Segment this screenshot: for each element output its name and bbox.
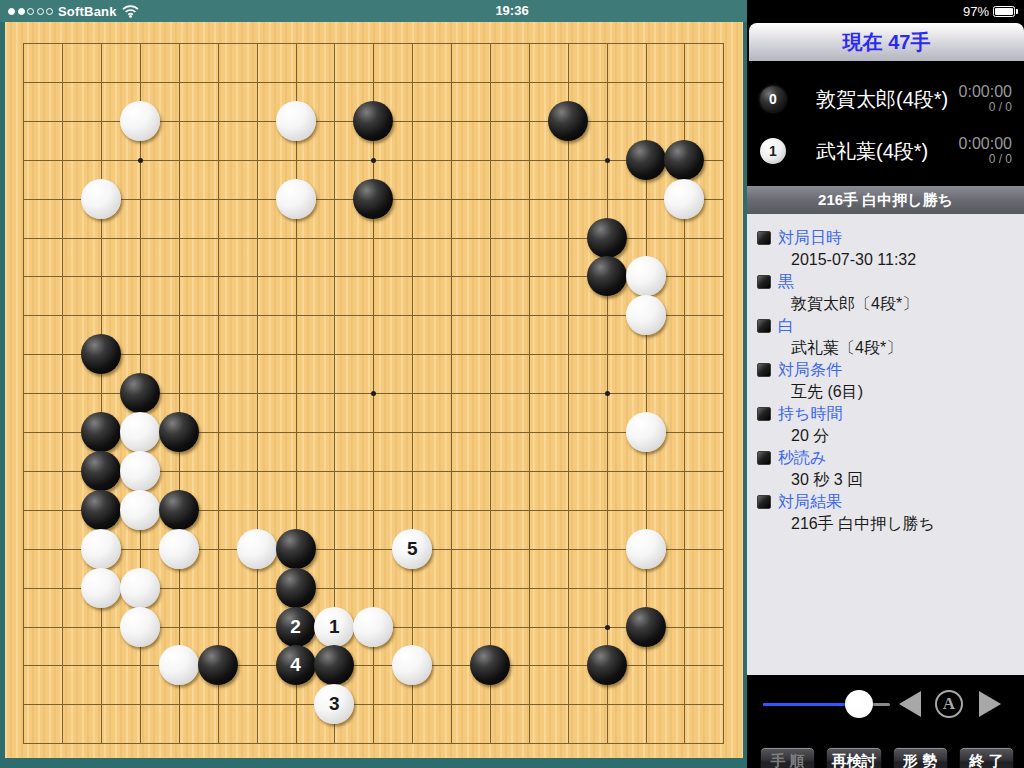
playback-controls: A 手 順再検討形 勢終 了 — [747, 675, 1024, 768]
black-player-name: 敦賀太郎(4段*) — [816, 86, 948, 113]
stone-black — [276, 568, 316, 608]
stone-black — [587, 218, 627, 258]
grid-line-horizontal — [23, 549, 724, 550]
current-move-header: 現在 47手 — [749, 23, 1024, 61]
stone-black — [664, 140, 704, 180]
stone-white — [120, 568, 160, 608]
square-bullet-icon — [757, 407, 771, 421]
star-point — [605, 158, 610, 163]
info-value: 敦賀太郎〔4段*〕 — [757, 293, 1018, 315]
stone-white: 3 — [314, 684, 354, 724]
stone-white — [392, 645, 432, 685]
stone-black — [548, 101, 588, 141]
stone-white — [276, 101, 316, 141]
info-value: 2015-07-30 11:32 — [757, 249, 1018, 271]
info-value: 20 分 — [757, 425, 1018, 447]
battery-icon — [993, 6, 1015, 17]
info-label: 白 — [778, 316, 794, 337]
review-button[interactable]: 再検討 — [826, 747, 881, 768]
star-point — [371, 158, 376, 163]
square-bullet-icon — [757, 275, 771, 289]
stone-black — [470, 645, 510, 685]
stone-white — [626, 295, 666, 335]
info-label: 対局結果 — [778, 492, 842, 513]
slider-knob[interactable] — [845, 690, 873, 718]
previous-move-button[interactable] — [899, 691, 921, 717]
stone-white — [120, 607, 160, 647]
info-item: 対局日時2015-07-30 11:32 — [757, 227, 1018, 271]
status-bar-right: 97% — [747, 0, 1024, 22]
stone-white — [626, 529, 666, 569]
info-item: 持ち時間20 分 — [757, 403, 1018, 447]
slider-fill — [763, 703, 857, 706]
signal-strength-icon — [8, 8, 53, 15]
player-row-white: 1 武礼葉(4段*) 0:00:00 0 / 0 — [747, 126, 1024, 176]
stone-white — [664, 179, 704, 219]
black-player-periods: 0 / 0 — [959, 101, 1012, 115]
grid-line-horizontal — [23, 704, 724, 705]
black-stone-icon: 0 — [760, 86, 786, 112]
grid-line-vertical — [568, 43, 569, 744]
stone-black — [626, 140, 666, 180]
battery-percent-label: 97% — [963, 4, 989, 19]
info-item: 対局条件互先 (6目) — [757, 359, 1018, 403]
info-item: 秒読み30 秒 3 回 — [757, 447, 1018, 491]
grid-line-vertical — [529, 43, 530, 744]
wifi-icon — [122, 5, 139, 18]
square-bullet-icon — [757, 451, 771, 465]
white-player-name: 武礼葉(4段*) — [816, 138, 928, 165]
stone-white — [626, 412, 666, 452]
stone-black — [587, 256, 627, 296]
stone-black — [314, 645, 354, 685]
game-result-bar: 216手 白中押し勝ち — [747, 186, 1024, 214]
star-point — [138, 158, 143, 163]
square-bullet-icon — [757, 231, 771, 245]
star-point — [371, 391, 376, 396]
stone-white — [626, 256, 666, 296]
stone-black — [587, 645, 627, 685]
stone-white — [120, 451, 160, 491]
player-row-black: 0 敦賀太郎(4段*) 0:00:00 0 / 0 — [747, 74, 1024, 124]
go-board: 52143 — [5, 22, 743, 758]
exit-button[interactable]: 終 了 — [959, 747, 1014, 768]
next-move-button[interactable] — [979, 691, 1001, 717]
info-item: 黒敦賀太郎〔4段*〕 — [757, 271, 1018, 315]
stone-black — [81, 334, 121, 374]
stone-black — [353, 101, 393, 141]
carrier-label: SoftBank — [58, 4, 117, 19]
stone-white — [81, 179, 121, 219]
stone-black — [159, 490, 199, 530]
stone-white — [81, 568, 121, 608]
stone-white — [237, 529, 277, 569]
white-player-periods: 0 / 0 — [959, 153, 1012, 167]
status-bar: SoftBank — [0, 0, 747, 22]
stone-white — [276, 179, 316, 219]
info-value: 互先 (6目) — [757, 381, 1018, 403]
stone-black — [159, 412, 199, 452]
info-item: 白武礼葉〔4段*〕 — [757, 315, 1018, 359]
info-label: 黒 — [778, 272, 794, 293]
stone-black — [120, 373, 160, 413]
grid-line-vertical — [412, 43, 413, 744]
stone-white — [353, 607, 393, 647]
grid-line-vertical — [451, 43, 452, 744]
stone-black: 2 — [276, 607, 316, 647]
star-point — [605, 391, 610, 396]
info-label: 対局条件 — [778, 360, 842, 381]
stone-white — [120, 101, 160, 141]
square-bullet-icon — [757, 363, 771, 377]
grid-line-vertical — [723, 43, 724, 744]
stone-black — [81, 451, 121, 491]
moves-button[interactable]: 手 順 — [760, 747, 815, 768]
stone-black: 4 — [276, 645, 316, 685]
stone-black — [81, 412, 121, 452]
square-bullet-icon — [757, 495, 771, 509]
app-screen: SoftBank 97% 19:36 52143 現在 47手 0 敦賀太郎(4… — [0, 0, 1024, 768]
white-stone-icon: 1 — [760, 138, 786, 164]
stone-white — [81, 529, 121, 569]
info-label: 対局日時 — [778, 228, 842, 249]
stone-black — [198, 645, 238, 685]
auto-play-button[interactable]: A — [935, 690, 963, 718]
stone-black — [353, 179, 393, 219]
stone-black — [81, 490, 121, 530]
info-item: 対局結果216手 白中押し勝ち — [757, 491, 1018, 535]
grid-line-vertical — [490, 43, 491, 744]
move-slider[interactable] — [763, 690, 890, 718]
stone-white — [120, 412, 160, 452]
estimate-button[interactable]: 形 勢 — [893, 747, 948, 768]
white-player-time: 0:00:00 — [959, 135, 1012, 153]
black-player-time: 0:00:00 — [959, 83, 1012, 101]
grid-line-horizontal — [23, 743, 724, 744]
stone-white: 1 — [314, 607, 354, 647]
info-label: 秒読み — [778, 448, 826, 469]
info-label: 持ち時間 — [778, 404, 842, 425]
side-panel: 現在 47手 0 敦賀太郎(4段*) 0:00:00 0 / 0 1 武礼葉(4… — [747, 22, 1024, 768]
star-point — [605, 625, 610, 630]
game-info-list: 対局日時2015-07-30 11:32黒敦賀太郎〔4段*〕白武礼葉〔4段*〕対… — [747, 214, 1024, 675]
stone-black — [276, 529, 316, 569]
info-value: 武礼葉〔4段*〕 — [757, 337, 1018, 359]
info-value: 30 秒 3 回 — [757, 469, 1018, 491]
bottom-button-row: 手 順再検討形 勢終 了 — [760, 747, 1014, 768]
info-value: 216手 白中押し勝ち — [757, 513, 1018, 535]
stone-black — [626, 607, 666, 647]
stone-white — [159, 645, 199, 685]
stone-white: 5 — [392, 529, 432, 569]
square-bullet-icon — [757, 319, 771, 333]
board-backdrop: 52143 — [0, 22, 747, 768]
stone-white — [159, 529, 199, 569]
stone-white — [120, 490, 160, 530]
